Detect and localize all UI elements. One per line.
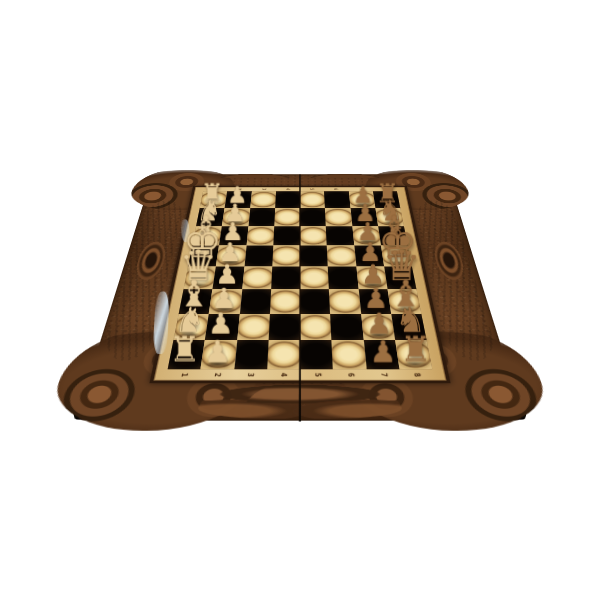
rank-label: 7 bbox=[379, 373, 388, 377]
square-c4[interactable] bbox=[270, 289, 300, 314]
square-b4[interactable] bbox=[268, 314, 300, 341]
square-c3[interactable] bbox=[239, 289, 271, 314]
piece-black-pawn[interactable]: ♟ bbox=[369, 336, 396, 366]
square-d5[interactable] bbox=[300, 266, 329, 289]
square-f4[interactable] bbox=[273, 226, 300, 245]
square-a8[interactable]: ♜ bbox=[395, 340, 432, 369]
square-h3[interactable] bbox=[250, 191, 276, 208]
piece-white-rook[interactable]: ♜ bbox=[169, 332, 200, 367]
square-h5[interactable] bbox=[300, 191, 325, 208]
square-b3[interactable] bbox=[237, 314, 270, 341]
square-h4[interactable] bbox=[275, 191, 300, 208]
rank-label: 2 bbox=[212, 373, 221, 377]
square-a5[interactable] bbox=[300, 340, 333, 369]
square-e4[interactable] bbox=[272, 246, 300, 267]
rank-label: 3 bbox=[261, 188, 267, 190]
rank-label: 3 bbox=[246, 373, 255, 377]
square-g6[interactable] bbox=[325, 208, 352, 226]
square-g4[interactable] bbox=[274, 208, 300, 226]
square-e6[interactable] bbox=[327, 246, 356, 267]
rank-label: 5 bbox=[309, 188, 315, 190]
square-c5[interactable] bbox=[300, 289, 330, 314]
square-d3[interactable] bbox=[242, 266, 272, 289]
square-g5[interactable] bbox=[300, 208, 326, 226]
chess-board-assembly: 12345678 ♜♟♟♜♞♟♟♞♝♟♟♝♚♟♟♚♛♟♟♛♝♟♟♝♞♟♟♞♜♟♟… bbox=[75, 174, 524, 420]
square-c6[interactable] bbox=[329, 289, 361, 314]
square-f5[interactable] bbox=[300, 226, 327, 245]
square-d6[interactable] bbox=[328, 266, 358, 289]
rank-label: 4 bbox=[285, 188, 291, 190]
square-f3[interactable] bbox=[246, 226, 274, 245]
square-e5[interactable] bbox=[300, 246, 328, 267]
rank-label: 6 bbox=[346, 373, 355, 377]
square-e3[interactable] bbox=[244, 246, 273, 267]
square-b6[interactable] bbox=[330, 314, 363, 341]
rank-label: 6 bbox=[333, 188, 339, 190]
rank-label: 4 bbox=[279, 373, 287, 377]
piece-white-pawn[interactable]: ♟ bbox=[204, 336, 231, 366]
square-g3[interactable] bbox=[248, 208, 275, 226]
square-h6[interactable] bbox=[324, 191, 350, 208]
rank-label: 8 bbox=[412, 373, 421, 377]
square-a4[interactable] bbox=[267, 340, 300, 369]
square-a7[interactable]: ♟ bbox=[363, 340, 399, 369]
square-f6[interactable] bbox=[326, 226, 354, 245]
rank-label: 5 bbox=[313, 373, 321, 377]
product-photo-stage: 12345678 ♜♟♟♜♞♟♟♞♝♟♟♝♚♟♟♚♛♟♟♛♝♟♟♝♞♟♟♞♜♟♟… bbox=[0, 0, 600, 600]
square-a1[interactable]: ♜ bbox=[168, 340, 205, 369]
rank-label: 1 bbox=[179, 373, 188, 377]
piece-black-rook[interactable]: ♜ bbox=[400, 332, 431, 367]
square-d4[interactable] bbox=[271, 266, 300, 289]
square-b5[interactable] bbox=[300, 314, 332, 341]
